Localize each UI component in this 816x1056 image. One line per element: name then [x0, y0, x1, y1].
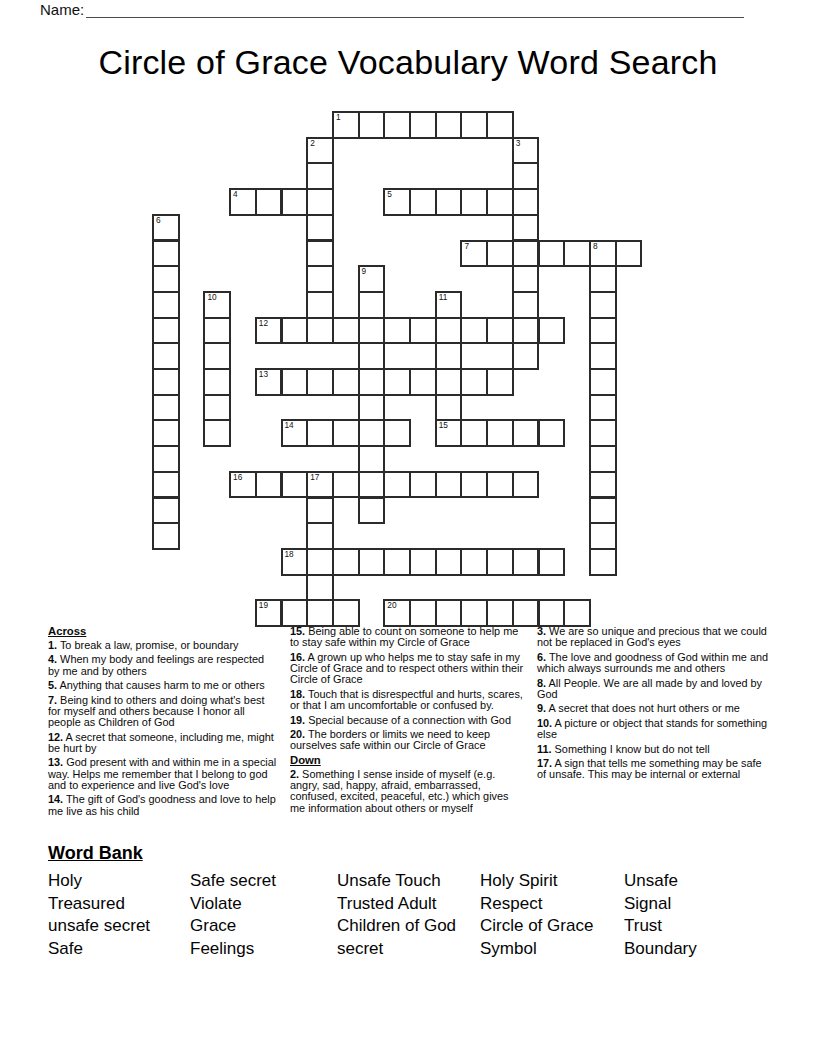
clue-14: 14. The gift of God's goodness and love … [48, 794, 278, 817]
word-bank-word: Safe [48, 938, 190, 961]
grid-cell[interactable] [306, 214, 334, 242]
grid-cell[interactable] [332, 419, 360, 447]
grid-cell[interactable]: 17 [306, 471, 334, 499]
clue-3: 3. We are so unique and precious that we… [537, 626, 769, 649]
word-bank-word: Unsafe [624, 870, 788, 893]
grid-cell[interactable] [486, 471, 514, 499]
grid-cell[interactable] [332, 599, 360, 627]
grid-cell[interactable]: 4 [229, 188, 257, 216]
grid-cell[interactable] [358, 368, 386, 396]
word-bank-word: Holy Spirit [480, 870, 624, 893]
clue-6: 6. The love and goodness of God within m… [537, 652, 769, 675]
grid-cell[interactable] [152, 394, 180, 422]
grid-cell[interactable] [589, 522, 617, 550]
grid-cell[interactable] [409, 111, 437, 139]
grid-cell[interactable] [512, 240, 540, 268]
word-bank-word: Respect [480, 893, 624, 916]
grid-cell[interactable] [409, 317, 437, 345]
grid-cell[interactable] [383, 317, 411, 345]
grid-cell[interactable] [358, 342, 386, 370]
grid-cell[interactable] [538, 317, 566, 345]
grid-cell[interactable] [255, 471, 283, 499]
grid-cell[interactable]: 11 [435, 291, 463, 319]
grid-cell[interactable] [306, 419, 334, 447]
grid-cell[interactable] [332, 317, 360, 345]
clue-10: 10. A picture or object that stands for … [537, 718, 769, 741]
clue-1: 1. To break a law, promise, or boundary [48, 640, 278, 651]
word-bank-word: Signal [624, 893, 788, 916]
grid-cell[interactable] [203, 368, 231, 396]
clue-16: 16. A grown up who helps me to stay safe… [290, 652, 524, 686]
grid-cell[interactable]: 19 [255, 599, 283, 627]
grid-cell[interactable] [281, 599, 309, 627]
grid-cell[interactable]: 13 [255, 368, 283, 396]
grid-cell[interactable] [306, 548, 334, 576]
grid-cell[interactable] [306, 368, 334, 396]
grid-cell[interactable] [435, 394, 463, 422]
grid-cell[interactable] [383, 548, 411, 576]
clues-column-down: 3. We are so unique and precious that we… [537, 626, 769, 784]
grid-cell[interactable] [486, 188, 514, 216]
word-bank-word: Circle of Grace [480, 915, 624, 938]
grid-cell[interactable] [306, 265, 334, 293]
cell-number: 6 [156, 216, 161, 226]
grid-cell[interactable] [306, 599, 334, 627]
grid-cell[interactable] [383, 471, 411, 499]
grid-cell[interactable] [589, 368, 617, 396]
grid-cell[interactable] [435, 368, 463, 396]
grid-cell[interactable] [409, 471, 437, 499]
grid-cell[interactable] [332, 471, 360, 499]
grid-cell[interactable] [306, 291, 334, 319]
grid-cell[interactable] [358, 419, 386, 447]
word-bank-word: unsafe secret [48, 915, 190, 938]
grid-cell[interactable] [383, 419, 411, 447]
grid-cell[interactable] [409, 188, 437, 216]
grid-cell[interactable] [358, 291, 386, 319]
grid-cell[interactable] [358, 111, 386, 139]
cell-number: 8 [593, 242, 598, 252]
grid-cell[interactable] [383, 368, 411, 396]
word-bank-word: Trust [624, 915, 788, 938]
cell-number: 13 [259, 370, 268, 380]
grid-cell[interactable] [281, 317, 309, 345]
grid-cell[interactable] [383, 111, 411, 139]
grid-cell[interactable] [512, 317, 540, 345]
cell-number: 14 [285, 421, 294, 431]
grid-cell[interactable] [589, 471, 617, 499]
clue-5: 5. Anything that causes harm to me or ot… [48, 680, 278, 691]
grid-cell[interactable] [512, 342, 540, 370]
grid-cell[interactable] [152, 368, 180, 396]
grid-cell[interactable] [152, 291, 180, 319]
grid-cell[interactable] [512, 188, 540, 216]
grid-cell[interactable] [538, 599, 566, 627]
grid-cell[interactable] [538, 240, 566, 268]
clue-13: 13. God present with and within me in a … [48, 757, 278, 791]
grid-cell[interactable] [152, 471, 180, 499]
grid-cell[interactable]: 1 [332, 111, 360, 139]
grid-cell[interactable] [306, 240, 334, 268]
grid-cell[interactable] [589, 342, 617, 370]
cell-number: 3 [516, 139, 521, 149]
grid-cell[interactable] [203, 394, 231, 422]
clue-20: 20. The borders or limits we need to kee… [290, 729, 524, 752]
grid-cell[interactable] [460, 111, 488, 139]
grid-cell[interactable] [512, 548, 540, 576]
crossword-grid: 1234567891011121314151617181920 [152, 111, 641, 626]
grid-cell[interactable] [358, 471, 386, 499]
clue-section-header: Down [290, 755, 524, 766]
cell-number: 2 [310, 139, 315, 149]
grid-cell[interactable] [152, 497, 180, 525]
grid-cell[interactable] [152, 522, 180, 550]
clues-column-middle: 15. Being able to count on someone to he… [290, 626, 524, 817]
grid-cell[interactable] [512, 471, 540, 499]
grid-cell[interactable] [486, 111, 514, 139]
grid-cell[interactable] [306, 188, 334, 216]
grid-cell[interactable]: 2 [306, 137, 334, 165]
grid-cell[interactable] [358, 317, 386, 345]
word-bank: Word Bank HolyTreasuredunsafe secretSafe… [48, 843, 788, 960]
grid-cell[interactable] [460, 471, 488, 499]
grid-cell[interactable] [435, 471, 463, 499]
grid-cell[interactable] [512, 214, 540, 242]
grid-cell[interactable]: 6 [152, 214, 180, 242]
grid-cell[interactable] [332, 548, 360, 576]
clue-12: 12. A secret that someone, including me,… [48, 732, 278, 755]
grid-cell[interactable] [435, 317, 463, 345]
grid-cell[interactable] [460, 548, 488, 576]
clues-column-across: Across1. To break a law, promise, or bou… [48, 626, 278, 820]
clue-section-header: Across [48, 626, 278, 637]
name-line[interactable] [86, 17, 744, 18]
grid-cell[interactable] [460, 368, 488, 396]
grid-cell[interactable] [460, 419, 488, 447]
grid-cell[interactable]: 10 [203, 291, 231, 319]
grid-cell[interactable] [152, 342, 180, 370]
cell-number: 11 [439, 293, 448, 303]
grid-cell[interactable] [435, 599, 463, 627]
grid-cell[interactable] [538, 548, 566, 576]
cell-number: 18 [285, 550, 294, 560]
grid-cell[interactable] [435, 111, 463, 139]
grid-cell[interactable]: 14 [281, 419, 309, 447]
clue-9: 9. A secret that does not hurt others or… [537, 703, 769, 714]
cell-number: 9 [362, 267, 367, 277]
word-bank-word: Boundary [624, 938, 788, 961]
cell-number: 5 [387, 190, 392, 200]
grid-cell[interactable] [409, 368, 437, 396]
word-bank-word: Trusted Adult [337, 893, 480, 916]
word-bank-word: Unsafe Touch [337, 870, 480, 893]
word-bank-header: Word Bank [48, 843, 788, 864]
worksheet-page: Name: Circle of Grace Vocabulary Word Se… [0, 0, 816, 1056]
grid-cell[interactable] [281, 471, 309, 499]
grid-cell[interactable] [152, 265, 180, 293]
cell-number: 4 [233, 190, 238, 200]
grid-cell[interactable] [435, 548, 463, 576]
grid-cell[interactable] [306, 162, 334, 190]
grid-cell[interactable] [512, 599, 540, 627]
cell-number: 17 [310, 473, 319, 483]
grid-cell[interactable] [486, 419, 514, 447]
word-bank-word: secret [337, 938, 480, 961]
word-bank-list: HolyTreasuredunsafe secretSafeSafe secre… [48, 870, 788, 960]
grid-cell[interactable] [152, 445, 180, 473]
grid-cell[interactable] [589, 265, 617, 293]
word-bank-word: Treasured [48, 893, 190, 916]
cell-number: 7 [464, 242, 469, 252]
word-bank-word: Safe secret [190, 870, 337, 893]
grid-cell[interactable]: 15 [435, 419, 463, 447]
grid-cell[interactable]: 8 [589, 240, 617, 268]
cell-number: 15 [439, 421, 448, 431]
grid-cell[interactable] [358, 497, 386, 525]
cell-number: 12 [259, 319, 268, 329]
grid-cell[interactable] [152, 419, 180, 447]
grid-cell[interactable] [460, 317, 488, 345]
grid-cell[interactable] [409, 548, 437, 576]
grid-cell[interactable] [435, 342, 463, 370]
grid-cell[interactable]: 9 [358, 265, 386, 293]
clue-18: 18. Touch that is disrespectful and hurt… [290, 689, 524, 712]
name-label: Name: [40, 1, 84, 18]
clue-19: 19. Special because of a connection with… [290, 715, 524, 726]
word-bank-word: Symbol [480, 938, 624, 961]
cell-number: 20 [387, 601, 396, 611]
grid-cell[interactable] [563, 240, 591, 268]
grid-cell[interactable] [589, 445, 617, 473]
grid-cell[interactable] [486, 599, 514, 627]
word-bank-word: Feelings [190, 938, 337, 961]
grid-cell[interactable] [563, 599, 591, 627]
grid-cell[interactable] [152, 240, 180, 268]
grid-cell[interactable] [512, 162, 540, 190]
grid-cell[interactable] [306, 317, 334, 345]
word-bank-word: Holy [48, 870, 190, 893]
grid-cell[interactable] [589, 291, 617, 319]
grid-cell[interactable] [538, 419, 566, 447]
grid-cell[interactable]: 16 [229, 471, 257, 499]
grid-cell[interactable]: 5 [383, 188, 411, 216]
grid-cell[interactable] [589, 419, 617, 447]
cell-number: 1 [336, 113, 341, 123]
clue-8: 8. All People. We are all made by and lo… [537, 678, 769, 701]
word-bank-word: Violate [190, 893, 337, 916]
cell-number: 19 [259, 601, 268, 611]
grid-cell[interactable] [486, 317, 514, 345]
page-title: Circle of Grace Vocabulary Word Search [0, 42, 816, 82]
grid-cell[interactable] [486, 240, 514, 268]
grid-cell[interactable] [358, 548, 386, 576]
grid-cell[interactable] [358, 394, 386, 422]
clue-7: 7. Being kind to others and doing what's… [48, 695, 278, 729]
grid-cell[interactable] [512, 265, 540, 293]
grid-cell[interactable]: 20 [383, 599, 411, 627]
grid-cell[interactable] [435, 188, 463, 216]
cell-number: 16 [233, 473, 242, 483]
grid-cell[interactable] [281, 188, 309, 216]
grid-cell[interactable] [306, 497, 334, 525]
word-bank-word: Grace [190, 915, 337, 938]
grid-cell[interactable] [281, 368, 309, 396]
clue-11: 11. Something I know but do not tell [537, 744, 769, 755]
grid-cell[interactable] [460, 599, 488, 627]
grid-cell[interactable] [358, 445, 386, 473]
grid-cell[interactable] [203, 419, 231, 447]
grid-cell[interactable] [486, 548, 514, 576]
grid-cell[interactable] [615, 240, 643, 268]
grid-cell[interactable] [512, 291, 540, 319]
grid-cell[interactable] [512, 419, 540, 447]
word-bank-word: Children of God [337, 915, 480, 938]
clue-15: 15. Being able to count on someone to he… [290, 626, 524, 649]
grid-cell[interactable] [589, 394, 617, 422]
grid-cell[interactable] [486, 368, 514, 396]
grid-cell[interactable] [332, 368, 360, 396]
grid-cell[interactable] [460, 188, 488, 216]
grid-cell[interactable] [306, 574, 334, 602]
grid-cell[interactable] [589, 548, 617, 576]
clue-2: 2. Something I sense inside of myself (e… [290, 769, 524, 814]
cell-number: 10 [207, 293, 216, 303]
grid-cell[interactable]: 12 [255, 317, 283, 345]
clue-4: 4. When my body and feelings are respect… [48, 654, 278, 677]
grid-cell[interactable]: 7 [460, 240, 488, 268]
grid-cell[interactable] [203, 342, 231, 370]
grid-cell[interactable] [152, 317, 180, 345]
grid-cell[interactable] [589, 317, 617, 345]
grid-cell[interactable]: 18 [281, 548, 309, 576]
clue-17: 17. A sign that tells me something may b… [537, 758, 769, 781]
grid-cell[interactable] [306, 522, 334, 550]
grid-cell[interactable] [589, 497, 617, 525]
grid-cell[interactable] [409, 599, 437, 627]
grid-cell[interactable] [255, 188, 283, 216]
grid-cell[interactable] [203, 317, 231, 345]
grid-cell[interactable]: 3 [512, 137, 540, 165]
